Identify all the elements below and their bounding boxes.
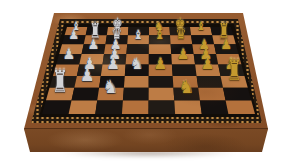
piece-black-queen-b6[interactable]: ♛ bbox=[174, 27, 188, 42]
piece-white-pawn-f2[interactable]: ♟ bbox=[78, 67, 96, 84]
piece-black-pawn-d6[interactable]: ♟ bbox=[175, 47, 191, 61]
piece-black-pawn-e5[interactable]: ♟ bbox=[152, 57, 169, 73]
piece-white-knight-e4[interactable]: ♞ bbox=[128, 57, 145, 73]
piece-white-pawn-e3[interactable]: ♟ bbox=[105, 57, 122, 73]
piece-black-bishop-b5[interactable]: ♝ bbox=[153, 29, 167, 41]
piece-white-knight-g3[interactable]: ♞ bbox=[101, 78, 121, 96]
piece-black-bishop-a7[interactable]: ♝ bbox=[195, 21, 208, 32]
piece-white-bishop-b4[interactable]: ♝ bbox=[131, 29, 145, 41]
chess-set-photo: ♜♟♟♜♝♟♟♟♚♛♟♞♞♝♟♝♞♚♛♟♟♟♞♜♟♟♟♝♟♟♜ bbox=[0, 0, 290, 164]
piece-white-rook-g1[interactable]: ♜ bbox=[50, 66, 70, 96]
pieces-layer: ♜♟♟♜♝♟♟♟♚♛♟♞♞♝♟♝♞♚♛♟♟♟♞♜♟♟♟♝♟♟♜ bbox=[0, 0, 290, 164]
piece-white-pawn-b1[interactable]: ♟ bbox=[67, 29, 81, 41]
piece-white-pawn-c2[interactable]: ♟ bbox=[86, 38, 101, 51]
piece-black-rook-f8[interactable]: ♜ bbox=[225, 56, 243, 84]
piece-black-pawn-c8[interactable]: ♟ bbox=[219, 38, 234, 51]
piece-white-pawn-d1[interactable]: ♟ bbox=[61, 47, 77, 61]
piece-black-knight-g6[interactable]: ♞ bbox=[177, 78, 197, 96]
piece-black-pawn-e7[interactable]: ♟ bbox=[199, 57, 216, 73]
